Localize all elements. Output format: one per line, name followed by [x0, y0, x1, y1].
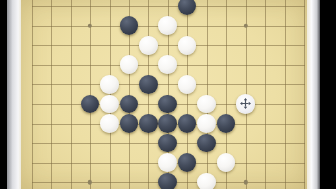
gomoku-board[interactable] [21, 0, 307, 189]
black-stone [139, 75, 158, 94]
black-stone [158, 114, 177, 133]
move-cursor-icon [240, 98, 251, 109]
app-frame [0, 0, 336, 189]
white-stone [178, 75, 197, 94]
left-black-bar [0, 0, 7, 189]
white-stone [178, 36, 197, 55]
black-stone [158, 95, 177, 114]
white-stone [100, 95, 119, 114]
black-stone [139, 114, 158, 133]
white-stone [100, 114, 119, 133]
black-stone [158, 134, 177, 153]
white-stone [100, 75, 119, 94]
white-stone [120, 55, 139, 74]
right-black-bar [320, 0, 336, 189]
black-stone [81, 95, 100, 114]
white-stone [158, 55, 177, 74]
white-stone [217, 153, 236, 172]
black-stone [178, 153, 197, 172]
black-stone [217, 114, 236, 133]
white-stone [197, 114, 216, 133]
white-stone [139, 36, 158, 55]
black-stone [120, 95, 139, 114]
board-left-edge [7, 0, 21, 189]
white-stone [197, 95, 216, 114]
black-stone [178, 0, 197, 15]
black-stone [178, 114, 197, 133]
black-stone [197, 134, 216, 153]
board-grid[interactable] [22, 0, 314, 189]
move-cursor[interactable] [236, 94, 256, 114]
black-stone [158, 173, 177, 189]
black-stone [120, 16, 139, 35]
white-stone [158, 16, 177, 35]
white-stone [158, 153, 177, 172]
black-stone [120, 114, 139, 133]
white-stone [197, 173, 216, 189]
